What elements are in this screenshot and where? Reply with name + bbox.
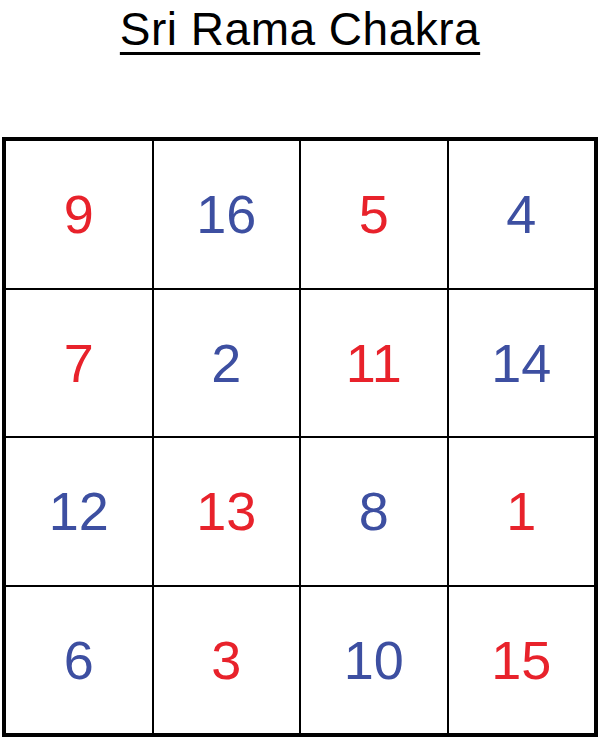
grid-cell-r4c2: 3 (153, 586, 301, 735)
grid-cell-r3c2: 13 (153, 437, 301, 586)
cell-number: 8 (359, 484, 389, 538)
cell-number: 6 (64, 633, 94, 687)
grid-cell-r4c1: 6 (5, 586, 153, 735)
grid-cell-r2c1: 7 (5, 289, 153, 438)
grid-cell-r3c1: 12 (5, 437, 153, 586)
cell-number: 3 (211, 633, 241, 687)
grid-cell-r1c2: 16 (153, 140, 301, 289)
grid-cell-r2c2: 2 (153, 289, 301, 438)
magic-square-diagram: Sri Rama Chakra 91654721114121381631015 (0, 0, 600, 739)
cell-number: 2 (211, 336, 241, 390)
cell-number: 12 (49, 484, 109, 538)
page-title: Sri Rama Chakra (0, 2, 600, 56)
cell-number: 1 (506, 484, 536, 538)
grid-cell-r1c3: 5 (300, 140, 448, 289)
cell-number: 5 (359, 187, 389, 241)
grid-cell-r2c4: 14 (448, 289, 596, 438)
grid-cell-r4c3: 10 (300, 586, 448, 735)
cell-number: 4 (506, 187, 536, 241)
grid-cell-r2c3: 11 (300, 289, 448, 438)
grid-cell-r4c4: 15 (448, 586, 596, 735)
magic-square-board: 91654721114121381631015 (2, 137, 598, 737)
cell-number: 16 (196, 187, 256, 241)
grid-cell-r1c1: 9 (5, 140, 153, 289)
cell-number: 9 (64, 187, 94, 241)
cell-number: 7 (64, 336, 94, 390)
grid-cell-r1c4: 4 (448, 140, 596, 289)
grid-cell-r3c3: 8 (300, 437, 448, 586)
cell-number: 15 (491, 633, 551, 687)
cell-number: 11 (346, 336, 402, 390)
grid-cell-r3c4: 1 (448, 437, 596, 586)
cell-number: 13 (196, 484, 256, 538)
cell-number: 14 (491, 336, 551, 390)
cell-number: 10 (344, 633, 404, 687)
